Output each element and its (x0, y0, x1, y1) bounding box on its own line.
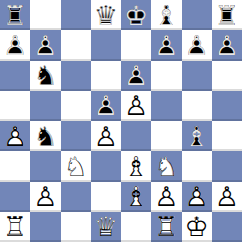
square-d4[interactable]: ♟♙ (91, 121, 121, 151)
square-c1[interactable] (61, 212, 91, 242)
square-a1[interactable]: ♜♖ (0, 212, 30, 242)
black-rook[interactable]: ♜♖ (0, 0, 30, 30)
square-h8[interactable]: ♜♖ (212, 0, 242, 30)
piece-outline-layer: ♙ (30, 182, 60, 212)
square-g7[interactable]: ♟♙ (182, 30, 212, 60)
piece-outline-layer: ♖ (0, 212, 30, 242)
piece-outline-layer: ♗ (182, 121, 212, 151)
piece-outline-layer: ♙ (212, 30, 242, 60)
piece-outline-layer: ♖ (151, 212, 181, 242)
square-b1[interactable] (30, 212, 60, 242)
square-d6[interactable] (91, 61, 121, 91)
square-f5[interactable] (151, 91, 181, 121)
square-d3[interactable] (91, 151, 121, 181)
square-a5[interactable] (0, 91, 30, 121)
piece-outline-layer: ♙ (182, 182, 212, 212)
white-knight[interactable]: ♞♘ (151, 151, 181, 181)
piece-outline-layer: ♙ (91, 91, 121, 121)
square-f8[interactable]: ♝♗ (151, 0, 181, 30)
white-bishop[interactable]: ♝♗ (121, 151, 151, 181)
square-e1[interactable] (121, 212, 151, 242)
square-b5[interactable] (30, 91, 60, 121)
square-b7[interactable]: ♟♙ (30, 30, 60, 60)
square-f1[interactable]: ♜♖ (151, 212, 181, 242)
square-b2[interactable]: ♟♙ (30, 182, 60, 212)
chess-board-container: ♜♖♛♕♚♔♝♗♜♖♟♙♟♙♟♙♟♙♟♙♞♘♟♙♟♙♟♙♟♙♞♘♟♙♝♗♞♘♝♗… (0, 0, 242, 242)
black-pawn[interactable]: ♟♙ (182, 30, 212, 60)
square-a2[interactable] (0, 182, 30, 212)
square-f6[interactable] (151, 61, 181, 91)
black-rook[interactable]: ♜♖ (212, 0, 242, 30)
piece-outline-layer: ♘ (151, 151, 181, 181)
square-g4[interactable]: ♝♗ (182, 121, 212, 151)
square-d8[interactable]: ♛♕ (91, 0, 121, 30)
square-e8[interactable]: ♚♔ (121, 0, 151, 30)
piece-outline-layer: ♙ (121, 91, 151, 121)
white-rook[interactable]: ♜♖ (0, 212, 30, 242)
square-h7[interactable]: ♟♙ (212, 30, 242, 60)
chess-board: ♜♖♛♕♚♔♝♗♜♖♟♙♟♙♟♙♟♙♟♙♞♘♟♙♟♙♟♙♟♙♞♘♟♙♝♗♞♘♝♗… (0, 0, 242, 242)
piece-outline-layer: ♗ (121, 182, 151, 212)
square-e7[interactable] (121, 30, 151, 60)
piece-outline-layer: ♙ (151, 182, 181, 212)
white-bishop[interactable]: ♝♗ (121, 182, 151, 212)
piece-outline-layer: ♖ (0, 0, 30, 30)
black-bishop[interactable]: ♝♗ (151, 0, 181, 30)
square-c3[interactable]: ♞♘ (61, 151, 91, 181)
piece-outline-layer: ♙ (182, 30, 212, 60)
square-d1[interactable]: ♛♕ (91, 212, 121, 242)
square-e4[interactable] (121, 121, 151, 151)
square-c2[interactable] (61, 182, 91, 212)
square-h5[interactable] (212, 91, 242, 121)
square-b3[interactable] (30, 151, 60, 181)
square-a3[interactable] (0, 151, 30, 181)
white-pawn[interactable]: ♟♙ (151, 182, 181, 212)
piece-outline-layer: ♔ (121, 0, 151, 30)
square-a8[interactable]: ♜♖ (0, 0, 30, 30)
square-b4[interactable]: ♞♘ (30, 121, 60, 151)
square-c8[interactable] (61, 0, 91, 30)
square-f3[interactable]: ♞♘ (151, 151, 181, 181)
white-pawn[interactable]: ♟♙ (91, 121, 121, 151)
white-pawn[interactable]: ♟♙ (121, 91, 151, 121)
square-h6[interactable] (212, 61, 242, 91)
square-e6[interactable]: ♟♙ (121, 61, 151, 91)
black-pawn[interactable]: ♟♙ (0, 30, 30, 60)
black-pawn[interactable]: ♟♙ (30, 30, 60, 60)
square-c7[interactable] (61, 30, 91, 60)
square-c5[interactable] (61, 91, 91, 121)
white-king[interactable]: ♚♔ (182, 212, 212, 242)
piece-outline-layer: ♕ (91, 212, 121, 242)
piece-outline-layer: ♘ (61, 151, 91, 181)
piece-outline-layer: ♙ (91, 121, 121, 151)
square-f4[interactable] (151, 121, 181, 151)
square-h4[interactable] (212, 121, 242, 151)
piece-outline-layer: ♖ (212, 0, 242, 30)
black-king[interactable]: ♚♔ (121, 0, 151, 30)
black-pawn[interactable]: ♟♙ (151, 30, 181, 60)
white-pawn[interactable]: ♟♙ (0, 121, 30, 151)
piece-outline-layer: ♔ (182, 212, 212, 242)
piece-outline-layer: ♙ (151, 30, 181, 60)
square-g8[interactable] (182, 0, 212, 30)
square-g2[interactable]: ♟♙ (182, 182, 212, 212)
square-g3[interactable] (182, 151, 212, 181)
piece-outline-layer: ♘ (30, 121, 60, 151)
white-rook[interactable]: ♜♖ (151, 212, 181, 242)
white-pawn[interactable]: ♟♙ (212, 182, 242, 212)
white-knight[interactable]: ♞♘ (61, 151, 91, 181)
black-queen[interactable]: ♛♕ (91, 0, 121, 30)
black-pawn[interactable]: ♟♙ (121, 61, 151, 91)
square-h2[interactable]: ♟♙ (212, 182, 242, 212)
square-e3[interactable]: ♝♗ (121, 151, 151, 181)
piece-outline-layer: ♗ (121, 151, 151, 181)
square-d2[interactable] (91, 182, 121, 212)
piece-outline-layer: ♘ (30, 61, 60, 91)
square-c4[interactable] (61, 121, 91, 151)
square-e5[interactable]: ♟♙ (121, 91, 151, 121)
white-queen[interactable]: ♛♕ (91, 212, 121, 242)
square-a4[interactable]: ♟♙ (0, 121, 30, 151)
piece-outline-layer: ♗ (151, 0, 181, 30)
black-knight[interactable]: ♞♘ (30, 121, 60, 151)
square-a7[interactable]: ♟♙ (0, 30, 30, 60)
square-d7[interactable] (91, 30, 121, 60)
piece-outline-layer: ♙ (0, 30, 30, 60)
square-b8[interactable] (30, 0, 60, 30)
square-a6[interactable] (0, 61, 30, 91)
square-e2[interactable]: ♝♗ (121, 182, 151, 212)
square-g6[interactable] (182, 61, 212, 91)
black-knight[interactable]: ♞♘ (30, 61, 60, 91)
piece-outline-layer: ♙ (121, 61, 151, 91)
square-h1[interactable] (212, 212, 242, 242)
piece-outline-layer: ♙ (0, 121, 30, 151)
square-g1[interactable]: ♚♔ (182, 212, 212, 242)
black-bishop[interactable]: ♝♗ (182, 121, 212, 151)
white-pawn[interactable]: ♟♙ (30, 182, 60, 212)
black-pawn[interactable]: ♟♙ (212, 30, 242, 60)
square-g5[interactable] (182, 91, 212, 121)
square-b6[interactable]: ♞♘ (30, 61, 60, 91)
white-pawn[interactable]: ♟♙ (182, 182, 212, 212)
piece-outline-layer: ♕ (91, 0, 121, 30)
square-d5[interactable]: ♟♙ (91, 91, 121, 121)
square-f7[interactable]: ♟♙ (151, 30, 181, 60)
black-pawn[interactable]: ♟♙ (91, 91, 121, 121)
piece-outline-layer: ♙ (212, 182, 242, 212)
square-h3[interactable] (212, 151, 242, 181)
piece-outline-layer: ♙ (30, 30, 60, 60)
square-f2[interactable]: ♟♙ (151, 182, 181, 212)
square-c6[interactable] (61, 61, 91, 91)
